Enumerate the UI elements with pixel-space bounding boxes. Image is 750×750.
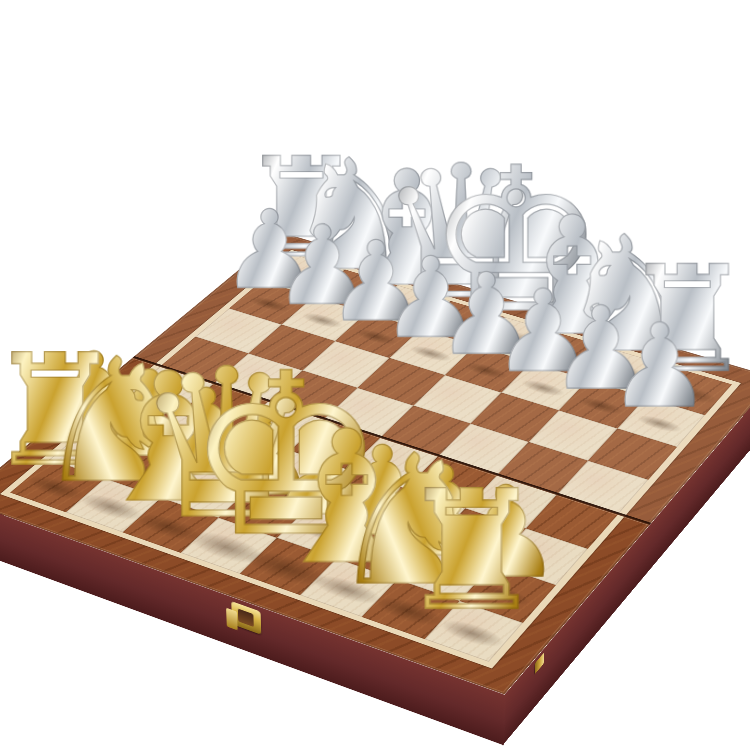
chess-box: ♜♞♝♛♚♝♞♜♟♟♟♟♟♟♟♟♟♟♟♟♟♟♟♟♜♞♝♛♚♝♞♜ bbox=[0, 233, 750, 695]
piece-gold-rook-h1[interactable]: ♜ bbox=[329, 468, 615, 633]
product-photo-stage: ♜♞♝♛♚♝♞♜♟♟♟♟♟♟♟♟♟♟♟♟♟♟♟♟♜♞♝♛♚♝♞♜ bbox=[0, 0, 750, 750]
clasp-bar bbox=[226, 608, 238, 631]
hinge-plate-right bbox=[535, 652, 545, 674]
rook-glyph: ♜ bbox=[398, 468, 546, 633]
clasp-hole bbox=[238, 608, 254, 626]
